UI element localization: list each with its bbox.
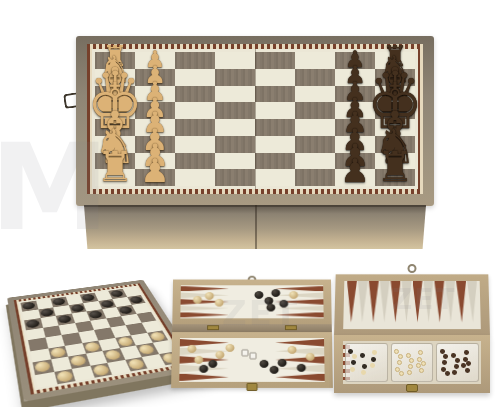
square-r7c5 — [295, 169, 335, 186]
backgammon-bottom-field — [179, 338, 324, 382]
backgammon-point — [412, 281, 422, 322]
backgammon-top-field — [180, 285, 323, 318]
piece-in-bag — [398, 354, 403, 359]
square-r7c3 — [215, 169, 255, 186]
piece-in-bag — [372, 350, 377, 355]
backgammon-checker-dark — [259, 360, 268, 368]
chess-board-case: ♜♟♟♜♞♟♟♞♝♟♟♝♛♟♟♛♚♟♟♚♝♟♟♝♞♟♟♞♜♟♟♜ — [76, 36, 434, 206]
piece-in-bag — [443, 354, 448, 359]
piece-in-bag — [408, 364, 413, 369]
hinge-strip — [172, 324, 332, 332]
square-r4c4 — [255, 119, 295, 136]
backgammon-checker-dark — [297, 364, 306, 372]
square-r4c2 — [175, 119, 215, 136]
square-r0c2 — [175, 52, 215, 69]
checker-disc-light — [92, 364, 110, 376]
square-r1c3 — [215, 69, 255, 86]
square-r3c5 — [295, 102, 335, 119]
chess-piece-bP: ♟ — [340, 155, 369, 188]
piece-in-bag — [371, 357, 376, 362]
piece-in-bag — [455, 358, 460, 363]
square-r5c5 — [295, 136, 335, 153]
backgammon-point — [275, 339, 324, 347]
bag-checkers-bag — [345, 343, 388, 382]
backgammon-point — [346, 281, 357, 322]
backgammon-point — [275, 292, 324, 298]
square-r0c4 — [255, 52, 295, 69]
square-r7c2 — [175, 169, 215, 186]
brass-hinge-icon — [285, 325, 297, 330]
case-front-side — [84, 205, 426, 249]
chess-board-grid: ♜♟♟♜♞♟♟♞♝♟♟♝♛♟♟♛♚♟♟♚♝♟♟♝♞♟♟♞♜♟♟♜ — [95, 52, 415, 186]
square-r3c4 — [255, 102, 295, 119]
chess-piece-bR: ♜ — [376, 147, 413, 188]
square-r3c2 — [175, 102, 215, 119]
backgammon-checker-dark — [200, 365, 209, 373]
piece-in-bag — [362, 364, 367, 369]
piece-in-bag — [465, 368, 470, 373]
backgammon-point — [379, 281, 389, 322]
square-r7c6: ♟ — [335, 169, 375, 186]
thumbnail-storage-box — [330, 262, 494, 400]
hanging-loop-icon — [408, 264, 417, 273]
backgammon-point — [275, 347, 324, 355]
backgammon-point — [275, 312, 324, 318]
square-r2c4 — [255, 86, 295, 103]
piece-in-bag — [407, 370, 412, 375]
backgammon-point — [445, 281, 456, 322]
backgammon-point — [467, 281, 478, 322]
backgammon-checker-dark — [279, 300, 288, 308]
backgammon-checker-light — [215, 299, 224, 307]
tray-field — [343, 341, 481, 384]
backgammon-point — [180, 306, 229, 312]
die-icon — [241, 349, 248, 356]
backgammon-point — [434, 281, 444, 322]
backgammon-checker-light — [193, 296, 202, 304]
backgammon-point — [401, 281, 411, 322]
brass-clasp-icon — [246, 383, 257, 391]
lid-backgammon-points — [346, 281, 478, 322]
mosaic-trim-border: ♜♟♟♜♞♟♟♞♝♟♟♝♛♟♟♛♚♟♟♚♝♟♟♝♞♟♟♞♜♟♟♜ — [87, 44, 423, 194]
backgammon-checker-light — [289, 291, 298, 299]
square-r7c0: ♜ — [95, 169, 135, 186]
backgammon-checker-light — [226, 344, 235, 352]
backgammon-point — [275, 286, 323, 292]
square-r3c3 — [215, 102, 255, 119]
piece-in-bag — [419, 368, 424, 373]
square-r7c7: ♜ — [375, 169, 415, 186]
piece-in-bag — [445, 371, 450, 376]
square-r6c3 — [215, 153, 255, 170]
square-r1c2 — [175, 69, 215, 86]
square-r6c4 — [255, 153, 295, 170]
backgammon-point — [275, 373, 324, 381]
product-photo-canvas: M ZET ZET ♜♟♟♜♞♟♟♞♝♟♟♝♛♟♟♛♚♟♟♚♝♟♟♝♞♟♟♞♜♟… — [0, 0, 500, 407]
bag-dark-chess-pieces-bag — [436, 343, 479, 382]
backgammon-top-half — [172, 280, 332, 325]
piece-in-bag — [370, 363, 375, 368]
square-r5c2 — [175, 136, 215, 153]
square-r2c5 — [295, 86, 335, 103]
piece-in-bag — [397, 360, 402, 365]
backgammon-point — [390, 281, 400, 322]
piece-in-bag — [360, 353, 365, 358]
square-r4c5 — [295, 119, 335, 136]
chess-piece-wR: ♜ — [96, 147, 133, 188]
board-margin-and-fold-seam: ♜♟♟♜♞♟♟♞♝♟♟♝♛♟♟♛♚♟♟♚♝♟♟♝♞♟♟♞♜♟♟♜ — [92, 49, 418, 189]
backgammon-checker-light — [205, 292, 214, 300]
piece-in-bag — [418, 350, 423, 355]
backgammon-checker-dark — [208, 359, 217, 367]
lid-field — [343, 281, 481, 329]
square-r6c2 — [175, 153, 215, 170]
backgammon-checker-dark — [266, 304, 275, 312]
box-tray — [334, 335, 490, 393]
main-chess-photo: ♜♟♟♜♞♟♟♞♝♟♟♝♛♟♟♛♚♟♟♚♝♟♟♝♞♟♟♞♜♟♟♜ — [0, 0, 500, 262]
backgammon-point — [423, 281, 433, 322]
box-lid-backgammon-interior — [334, 274, 490, 336]
square-r7c4 — [255, 169, 295, 186]
square-r7c1: ♟ — [135, 169, 175, 186]
piece-in-bag — [361, 370, 366, 375]
piece-in-bag — [464, 350, 469, 355]
square-r5c4 — [255, 136, 295, 153]
backgammon-bottom-half — [171, 332, 333, 388]
checkers-trim-border — [14, 283, 192, 394]
backgammon-point — [368, 281, 379, 322]
brass-hinge-icon — [207, 325, 219, 330]
piece-in-bag — [399, 371, 404, 376]
backgammon-checker-light — [187, 345, 196, 353]
backgammon-checker-dark — [255, 291, 264, 299]
backgammon-checker-dark — [272, 289, 281, 297]
checker-disc-light — [56, 370, 74, 383]
piece-in-bag — [466, 361, 471, 366]
square-r1c5 — [295, 69, 335, 86]
square-r2c3 — [215, 86, 255, 103]
backgammon-point — [181, 286, 229, 292]
thumbnail-backgammon-open — [171, 280, 333, 399]
square-r1c4 — [255, 69, 295, 86]
backgammon-checker-light — [216, 351, 225, 359]
checkers-board-margin — [18, 286, 186, 391]
piece-in-bag — [454, 364, 459, 369]
backgammon-point — [180, 312, 229, 318]
brass-clasp-icon — [406, 384, 418, 392]
piece-in-bag — [452, 370, 457, 375]
backgammon-points-left — [179, 339, 229, 381]
piece-in-bag — [351, 360, 356, 365]
backgammon-point — [357, 281, 368, 322]
backgammon-checker-light — [305, 353, 314, 361]
backgammon-checker-light — [194, 356, 203, 364]
square-r5c3 — [215, 136, 255, 153]
square-r6c5 — [295, 153, 335, 170]
thumbnail-checkers — [12, 266, 174, 400]
chess-piece-wP: ♟ — [140, 155, 169, 188]
square-r0c3 — [215, 52, 255, 69]
checkers-board-grid — [20, 287, 181, 388]
piece-in-bag — [421, 361, 426, 366]
backgammon-checker-light — [288, 346, 297, 354]
piece-in-bag — [409, 358, 414, 363]
square-r0c5 — [295, 52, 335, 69]
piece-in-bag — [442, 360, 447, 365]
square-r4c3 — [215, 119, 255, 136]
backgammon-checker-dark — [269, 366, 278, 374]
backgammon-point — [456, 281, 467, 322]
die-icon — [250, 352, 257, 359]
square-r2c2 — [175, 86, 215, 103]
backgammon-point — [179, 373, 228, 381]
bag-light-chess-pieces-bag — [391, 343, 434, 382]
backgammon-checker-dark — [278, 359, 287, 367]
piece-in-bag — [352, 354, 357, 359]
piece-in-bag — [350, 367, 355, 372]
